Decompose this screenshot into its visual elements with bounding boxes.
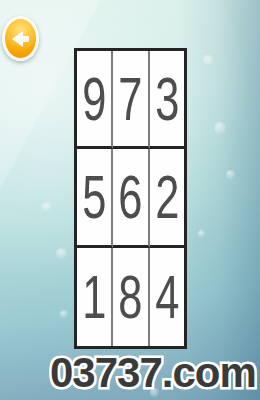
cell-digit: 4 (155, 266, 179, 328)
cell-digit: 2 (155, 166, 179, 228)
cell-digit: 1 (82, 266, 106, 328)
cell-digit: 3 (155, 68, 179, 130)
game-screen: 973562184 03737.com (0, 0, 260, 400)
bubble (226, 170, 235, 179)
grid-cell-r1c2[interactable]: 7 (113, 51, 149, 149)
grid-cell-r2c2[interactable]: 6 (113, 149, 149, 247)
bubble (214, 122, 226, 134)
bubble (56, 248, 67, 259)
cell-digit: 7 (119, 68, 143, 130)
cell-digit: 8 (119, 266, 143, 328)
grid-cell-r3c1[interactable]: 1 (77, 248, 113, 346)
puzzle-grid: 973562184 (74, 48, 187, 349)
bubble (203, 55, 213, 65)
back-button[interactable] (2, 16, 39, 61)
bubble (60, 310, 68, 318)
back-arrow-icon (12, 31, 29, 47)
grid-cell-r1c3[interactable]: 3 (150, 51, 184, 149)
cell-digit: 5 (82, 166, 106, 228)
grid-cell-r1c1[interactable]: 9 (77, 51, 113, 149)
cell-digit: 6 (119, 166, 143, 228)
cell-digit: 9 (82, 68, 106, 130)
bubble (42, 202, 51, 211)
grid-cell-r3c3[interactable]: 4 (150, 248, 184, 346)
grid-cell-r2c1[interactable]: 5 (77, 149, 113, 247)
grid-cell-r2c3[interactable]: 2 (150, 149, 184, 247)
grid-cell-r3c2[interactable]: 8 (113, 248, 149, 346)
watermark-text: 03737.com (50, 349, 256, 397)
bubble (198, 230, 205, 237)
